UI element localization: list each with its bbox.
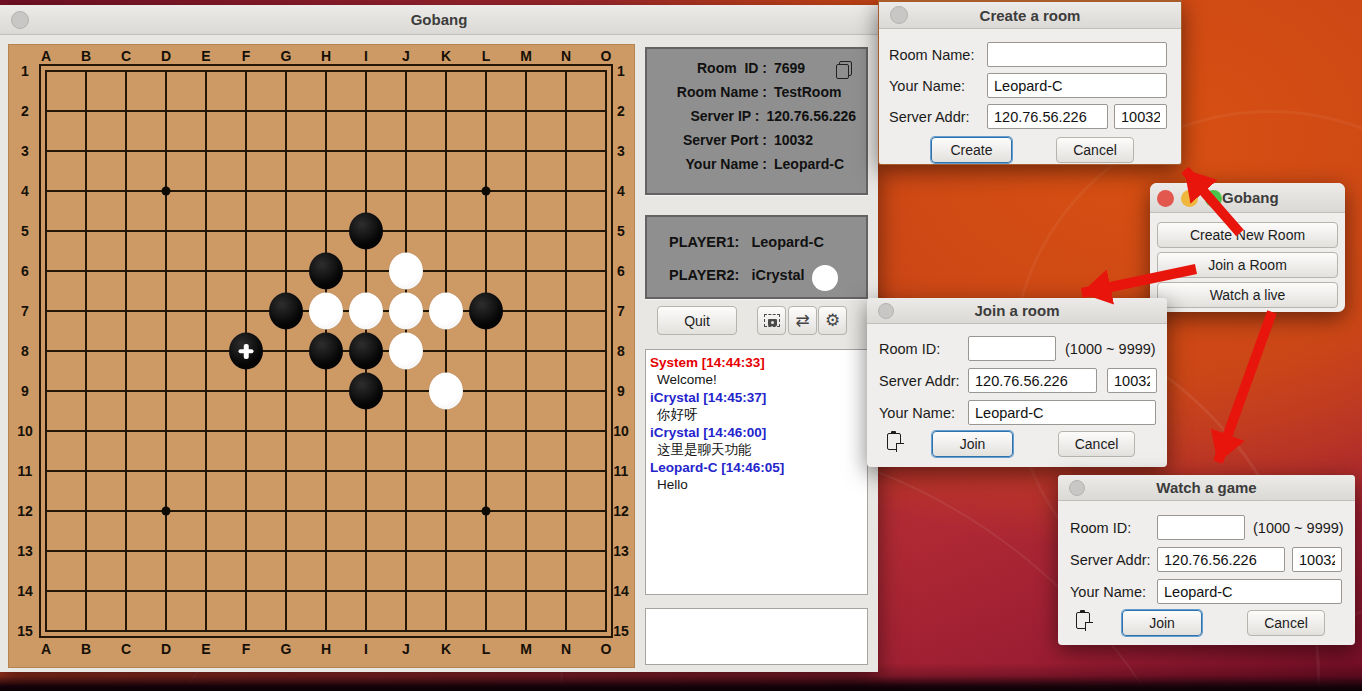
paste-icon[interactable] xyxy=(887,433,901,450)
board-col-label-top: I xyxy=(364,48,368,64)
board-col-label-top: L xyxy=(482,48,491,64)
server-port-input[interactable] xyxy=(1114,104,1167,129)
stone-J7-white xyxy=(389,293,423,330)
settings-button[interactable]: ⚙ xyxy=(818,306,847,335)
board-row-label-right: 10 xyxy=(613,423,629,439)
board-col-label-bottom: B xyxy=(81,641,91,657)
room-name-value: TestRoom xyxy=(774,84,841,101)
players-panel: PLAYER1:Leopard-C PLAYER2:iCrystal xyxy=(645,215,868,299)
stone-J8-white xyxy=(389,333,423,370)
room-id-input[interactable] xyxy=(968,336,1056,361)
board-col-label-top: K xyxy=(441,48,451,64)
join-room-titlebar[interactable]: Join a room xyxy=(867,298,1167,324)
board-col-label-top: C xyxy=(121,48,131,64)
board-row-label-left: 2 xyxy=(21,103,29,119)
board-row-label-left: 9 xyxy=(21,383,29,399)
board-col-label-bottom: A xyxy=(41,641,51,657)
room-id-input[interactable] xyxy=(1157,515,1245,540)
board-col-label-top: O xyxy=(601,48,612,64)
your-name-row: Your Name : Leopard-C xyxy=(655,156,856,173)
board-row-label-left: 5 xyxy=(21,223,29,239)
swap-arrows-icon: ⇄ xyxy=(795,312,809,329)
chat-message-text: 你好呀 xyxy=(650,406,863,423)
stone-I5-black xyxy=(349,213,383,250)
stone-H6-black xyxy=(309,253,343,290)
join-room-dialog: Join a room Room ID: (1000 ~ 9999) Serve… xyxy=(867,298,1167,467)
join-room-title: Join a room xyxy=(974,302,1059,319)
board-row-label-right: 2 xyxy=(617,103,625,119)
stone-J6-white xyxy=(389,253,423,290)
stone-I7-white xyxy=(349,293,383,330)
board-row-label-right: 8 xyxy=(617,343,625,359)
your-name-input[interactable] xyxy=(1157,579,1342,604)
chat-message-header: System [14:44:33] xyxy=(650,354,863,371)
stone-L7-black xyxy=(469,293,503,330)
board-row-label-left: 4 xyxy=(21,183,29,199)
stone-H7-white xyxy=(309,293,343,330)
board-row-label-left: 12 xyxy=(17,503,33,519)
cancel-button[interactable]: Cancel xyxy=(1247,610,1325,636)
board-row-label-right: 5 xyxy=(617,223,625,239)
board-col-label-bottom: N xyxy=(561,641,571,657)
join-button[interactable]: Join xyxy=(1122,610,1202,636)
stone-K9-white xyxy=(429,373,463,410)
board-row-label-left: 7 xyxy=(21,303,29,319)
chat-message-header: Leopard-C [14:46:05] xyxy=(650,459,863,476)
board-col-label-bottom: L xyxy=(482,641,491,657)
board-col-label-bottom: F xyxy=(242,641,251,657)
swap-sides-button[interactable]: ⇄ xyxy=(788,306,817,335)
room-id-hint: (1000 ~ 9999) xyxy=(1253,520,1344,536)
board-row-label-left: 8 xyxy=(21,343,29,359)
main-window-title: Gobang xyxy=(411,11,468,28)
board-row-label-left: 11 xyxy=(18,463,33,479)
board-row-label-left: 13 xyxy=(17,543,33,559)
board-star-point xyxy=(482,187,491,196)
board-row-label-left: 14 xyxy=(17,583,33,599)
your-name-field-label: Your Name: xyxy=(889,78,987,94)
server-addr-field-label: Server Addr: xyxy=(1070,552,1157,568)
board-col-label-bottom: H xyxy=(321,641,331,657)
board-row-label-right: 9 xyxy=(617,383,625,399)
room-id-label: Room ID : xyxy=(655,60,767,77)
watch-game-title: Watch a game xyxy=(1156,479,1256,496)
board-line xyxy=(445,70,447,632)
board-line xyxy=(605,70,607,632)
screenshot-icon xyxy=(764,314,780,327)
board-line xyxy=(485,70,487,632)
board-row-label-right: 15 xyxy=(613,623,629,639)
player1-name: Leopard-C xyxy=(751,234,824,250)
board-row-label-left: 1 xyxy=(21,63,29,79)
board-col-label-bottom: E xyxy=(201,641,210,657)
window-menu-button[interactable] xyxy=(878,303,894,319)
server-port-value: 10032 xyxy=(774,132,813,149)
board-row-label-right: 6 xyxy=(617,263,625,279)
board-line xyxy=(45,430,607,432)
your-name-label: Your Name : xyxy=(655,156,767,173)
server-ip-row: Server IP : 120.76.56.226 xyxy=(655,108,856,125)
stone-I9-black xyxy=(349,373,383,410)
board-col-label-bottom: O xyxy=(601,641,612,657)
room-id-value: 7699 xyxy=(774,60,805,77)
player1-row: PLAYER1:Leopard-C xyxy=(669,234,866,250)
stone-F8-black xyxy=(229,333,263,370)
paste-icon[interactable] xyxy=(1076,612,1090,629)
board-col-label-bottom: M xyxy=(520,641,532,657)
board-col-label-top: E xyxy=(201,48,210,64)
board-star-point xyxy=(162,187,171,196)
board-col-label-top: D xyxy=(161,48,171,64)
board-col-label-bottom: J xyxy=(402,641,410,657)
board-row-label-right: 3 xyxy=(617,143,625,159)
watch-a-live-button[interactable]: Watch a live xyxy=(1157,282,1338,308)
board-row-label-right: 14 xyxy=(613,583,629,599)
quit-button[interactable]: Quit xyxy=(657,306,737,335)
chat-message-text: Welcome! xyxy=(650,371,863,388)
maximize-icon[interactable] xyxy=(1205,190,1222,207)
gobang-main-window: Gobang AABBCCDDEEFFGGHHIIJJKKLLMMNNOO112… xyxy=(0,5,878,672)
room-id-hint: (1000 ~ 9999) xyxy=(1065,341,1156,357)
server-ip-label: Server IP : xyxy=(655,108,759,125)
board-row-label-left: 6 xyxy=(21,263,29,279)
board-col-label-bottom: K xyxy=(441,641,451,657)
stone-I8-black xyxy=(349,333,383,370)
chat-message-text: Hello xyxy=(650,476,863,493)
your-name-field-label: Your Name: xyxy=(879,405,968,421)
chat-input[interactable] xyxy=(645,608,868,665)
board-star-point xyxy=(162,507,171,516)
game-board[interactable]: AABBCCDDEEFFGGHHIIJJKKLLMMNNOO1122334455… xyxy=(8,44,635,668)
board-line xyxy=(45,630,607,632)
player2-white-stone-icon xyxy=(812,265,838,291)
board-col-label-top: N xyxy=(561,48,571,64)
board-row-label-right: 1 xyxy=(617,63,625,79)
minimize-icon[interactable] xyxy=(1181,190,1198,207)
your-name-input[interactable] xyxy=(987,73,1167,98)
board-line xyxy=(45,470,607,472)
board-col-label-top: J xyxy=(402,48,410,64)
room-name-label: Room Name : xyxy=(655,84,767,101)
server-ip-input[interactable] xyxy=(968,368,1097,393)
server-addr-field-label: Server Addr: xyxy=(889,109,987,125)
board-col-label-top: F xyxy=(242,48,251,64)
server-port-row: Server Port : 10032 xyxy=(655,132,856,149)
server-ip-value: 120.76.56.226 xyxy=(766,108,856,125)
watch-game-dialog: Watch a game Room ID: (1000 ~ 9999) Serv… xyxy=(1058,475,1355,645)
cancel-button[interactable]: Cancel xyxy=(1056,137,1134,163)
board-row-label-left: 10 xyxy=(17,423,33,439)
server-ip-input[interactable] xyxy=(987,104,1108,129)
gear-icon: ⚙ xyxy=(825,312,840,329)
board-col-label-bottom: G xyxy=(281,641,292,657)
chat-message-header: iCrystal [14:46:00] xyxy=(650,424,863,441)
board-col-label-top: A xyxy=(41,48,51,64)
board-col-label-bottom: I xyxy=(364,641,368,657)
create-room-titlebar[interactable]: Create a room xyxy=(879,2,1181,29)
board-line xyxy=(525,70,527,632)
server-port-label: Server Port : xyxy=(655,132,767,149)
board-row-label-right: 13 xyxy=(613,543,629,559)
your-name-input[interactable] xyxy=(968,400,1156,425)
chat-history[interactable]: System [14:44:33]Welcome!iCrystal [14:45… xyxy=(645,349,868,595)
window-menu-button[interactable] xyxy=(1069,480,1085,496)
room-id-field-label: Room ID: xyxy=(879,341,968,357)
join-button[interactable]: Join xyxy=(932,431,1013,457)
copy-icon[interactable] xyxy=(836,61,852,79)
board-row-label-right: 7 xyxy=(617,303,625,319)
menu-window-title: Gobang xyxy=(1222,189,1279,206)
screenshot-button[interactable] xyxy=(757,306,786,335)
player2-name: iCrystal xyxy=(751,267,804,283)
your-name-value: Leopard-C xyxy=(774,156,844,173)
server-ip-input[interactable] xyxy=(1157,547,1285,572)
create-room-dialog: Create a room Room Name: Your Name: Serv… xyxy=(878,0,1182,165)
server-port-input[interactable] xyxy=(1292,547,1342,572)
stone-G7-black xyxy=(269,293,303,330)
chat-message-header: iCrystal [14:45:37] xyxy=(650,389,863,406)
close-icon[interactable] xyxy=(1157,190,1174,207)
stone-H8-black xyxy=(309,333,343,370)
board-col-label-top: G xyxy=(281,48,292,64)
room-id-field-label: Room ID: xyxy=(1070,520,1157,536)
player2-label: PLAYER2: xyxy=(669,267,739,283)
room-name-field-label: Room Name: xyxy=(889,47,987,63)
player1-label: PLAYER1: xyxy=(669,234,739,250)
server-addr-field-label: Server Addr: xyxy=(879,373,968,389)
room-name-input[interactable] xyxy=(987,42,1167,67)
room-info-panel: Room ID : 7699 Room Name : TestRoom Serv… xyxy=(645,47,868,195)
menu-titlebar[interactable]: Gobang xyxy=(1150,183,1345,213)
board-star-point xyxy=(482,507,491,516)
cursor-cross-marker xyxy=(244,344,249,359)
chat-message-text: 这里是聊天功能 xyxy=(650,441,863,458)
watch-game-titlebar[interactable]: Watch a game xyxy=(1058,475,1355,501)
cancel-button[interactable]: Cancel xyxy=(1058,431,1135,457)
window-menu-button[interactable] xyxy=(890,6,908,24)
room-id-row: Room ID : 7699 xyxy=(655,60,856,77)
board-line xyxy=(45,590,607,592)
board-row-label-right: 11 xyxy=(614,463,629,479)
board-row-label-right: 12 xyxy=(613,503,629,519)
board-row-label-left: 3 xyxy=(21,143,29,159)
board-col-label-bottom: C xyxy=(121,641,131,657)
board-line xyxy=(45,550,607,552)
create-new-room-button[interactable]: Create New Room xyxy=(1157,222,1338,248)
board-col-label-bottom: D xyxy=(161,641,171,657)
your-name-field-label: Your Name: xyxy=(1070,584,1157,600)
board-row-label-right: 4 xyxy=(617,183,625,199)
board-line xyxy=(45,510,607,512)
room-name-row: Room Name : TestRoom xyxy=(655,84,856,101)
board-line xyxy=(565,70,567,632)
board-line xyxy=(45,390,607,392)
gobang-menu-window: Gobang Create New Room Join a Room Watch… xyxy=(1150,183,1345,312)
create-room-title: Create a room xyxy=(980,7,1081,24)
window-menu-button[interactable] xyxy=(11,11,29,29)
server-port-input[interactable] xyxy=(1107,368,1157,393)
stone-K7-white xyxy=(429,293,463,330)
board-row-label-left: 15 xyxy=(17,623,33,639)
join-a-room-button[interactable]: Join a Room xyxy=(1157,252,1338,278)
main-window-titlebar[interactable]: Gobang xyxy=(0,5,878,35)
board-col-label-top: B xyxy=(81,48,91,64)
create-button[interactable]: Create xyxy=(931,137,1012,163)
board-col-label-top: H xyxy=(321,48,331,64)
board-col-label-top: M xyxy=(520,48,532,64)
